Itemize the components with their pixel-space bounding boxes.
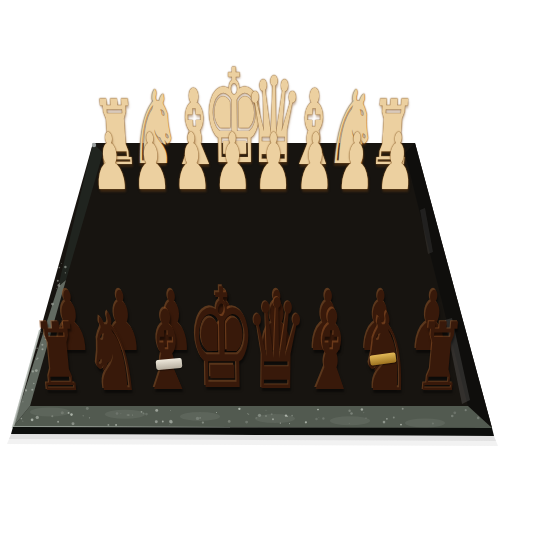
piece-black-rook-h8[interactable]: ♜ [30,310,86,404]
piece-black-knight-g8[interactable]: ♞ [82,298,142,405]
piece-black-queen-d8[interactable]: ♛ [245,283,308,408]
piece-black-bishop-c8[interactable]: ♝ [302,296,361,406]
tape-repair-silver-f8[interactable] [156,358,183,370]
piece-white-pawn-h2[interactable]: ♟ [88,124,132,202]
piece-white-pawn-d2[interactable]: ♟ [254,124,293,202]
piece-black-knight-b8[interactable]: ♞ [356,298,416,405]
piece-white-pawn-f2[interactable]: ♟ [171,124,212,202]
piece-white-pawn-e2[interactable]: ♟ [213,124,253,202]
photo-scene: ⚜⚜⚜⚜⚜⚜⚜⚜⚜⚜⚜⚜⚜⚜⚜⚜⚜⚜⚜⚜⚜⚜⚜⚜⚜⚜⚜⚜⚜⚜⚜⚜⚜⚜⚜⚜⚜⚜⚜⚜… [0,0,533,533]
piece-white-pawn-a2[interactable]: ♟ [375,124,419,202]
pieces-layer: ♜♞♝♚♛♝♞♜♟♟♟♟♟♟♟♟♟♟♟♟♟♟♟♟♜♞♝♚♛♝♞♜ [0,0,533,533]
piece-white-pawn-c2[interactable]: ♟ [294,124,335,202]
piece-black-rook-a8[interactable]: ♜ [413,310,468,404]
piece-white-pawn-g2[interactable]: ♟ [130,124,173,202]
piece-white-pawn-b2[interactable]: ♟ [334,124,377,202]
